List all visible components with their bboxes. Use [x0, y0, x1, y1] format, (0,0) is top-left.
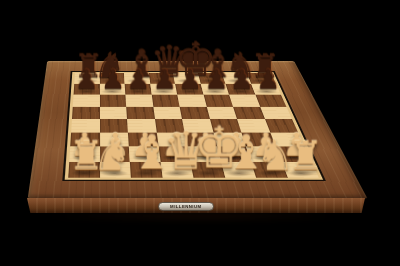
piece-black-pawn-d7[interactable]: ♟ [151, 67, 177, 94]
piece-black-pawn-f7[interactable]: ♟ [203, 67, 229, 94]
square-f7[interactable]: ♟ [200, 84, 229, 95]
square-d7[interactable]: ♟ [150, 84, 177, 95]
piece-black-pawn-h7[interactable]: ♟ [255, 67, 281, 94]
piece-white-rook-h1[interactable]: ♜ [287, 137, 318, 177]
square-h7[interactable]: ♟ [251, 84, 281, 95]
square-b5[interactable] [99, 106, 127, 119]
piece-black-pawn-e7[interactable]: ♟ [177, 67, 203, 94]
square-e1[interactable]: ♚ [190, 162, 224, 178]
square-d5[interactable] [153, 106, 182, 119]
square-b7[interactable]: ♟ [99, 84, 125, 95]
piece-black-pawn-a7[interactable]: ♟ [74, 67, 100, 94]
board-shadow [48, 211, 344, 221]
square-b6[interactable] [99, 95, 126, 107]
square-a5[interactable] [72, 106, 100, 119]
piece-white-knight-b1[interactable]: ♞ [100, 133, 131, 176]
piece-white-king-e1[interactable]: ♚ [193, 120, 224, 177]
piece-white-bishop-c1[interactable]: ♝ [131, 130, 162, 177]
square-d6[interactable] [151, 95, 179, 107]
square-h5[interactable] [260, 106, 292, 119]
piece-white-queen-d1[interactable]: ♛ [162, 124, 193, 176]
square-e7[interactable]: ♟ [175, 84, 203, 95]
piece-white-bishop-f1[interactable]: ♝ [225, 130, 256, 177]
square-c6[interactable] [125, 95, 152, 107]
piece-black-pawn-b7[interactable]: ♟ [99, 67, 125, 94]
square-g1[interactable]: ♞ [251, 162, 288, 178]
square-h1[interactable]: ♜ [281, 162, 319, 178]
square-d1[interactable]: ♛ [160, 162, 193, 178]
brand-badge: MILLENNIUM [158, 202, 214, 211]
square-a6[interactable] [73, 95, 100, 107]
square-g7[interactable]: ♟ [225, 84, 255, 95]
board-squares: ♜♞♝♛♚♝♞♜♟♟♟♟♟♟♟♟♟♟♟♟♟♟♟♟♜♞♝♛♚♝♞♜ [68, 73, 319, 178]
piece-black-pawn-c7[interactable]: ♟ [125, 67, 151, 94]
square-h6[interactable] [255, 95, 286, 107]
square-c5[interactable] [126, 106, 154, 119]
square-c1[interactable]: ♝ [130, 162, 162, 178]
chess-board: ♜♞♝♛♚♝♞♜♟♟♟♟♟♟♟♟♟♟♟♟♟♟♟♟♜♞♝♛♚♝♞♜ [28, 61, 368, 199]
square-f1[interactable]: ♝ [221, 162, 257, 178]
square-f6[interactable] [203, 95, 233, 107]
square-a7[interactable]: ♟ [74, 84, 100, 95]
piece-white-knight-g1[interactable]: ♞ [256, 133, 287, 176]
square-c7[interactable]: ♟ [125, 84, 152, 95]
square-e6[interactable] [177, 95, 206, 107]
piece-black-pawn-g7[interactable]: ♟ [229, 67, 255, 94]
photo-background: ♜♞♝♛♚♝♞♜♟♟♟♟♟♟♟♟♟♟♟♟♟♟♟♟♜♞♝♛♚♝♞♜ MILLENN… [0, 0, 400, 266]
square-b1[interactable]: ♞ [100, 162, 131, 178]
brand-badge-label: MILLENNIUM [170, 204, 201, 208]
